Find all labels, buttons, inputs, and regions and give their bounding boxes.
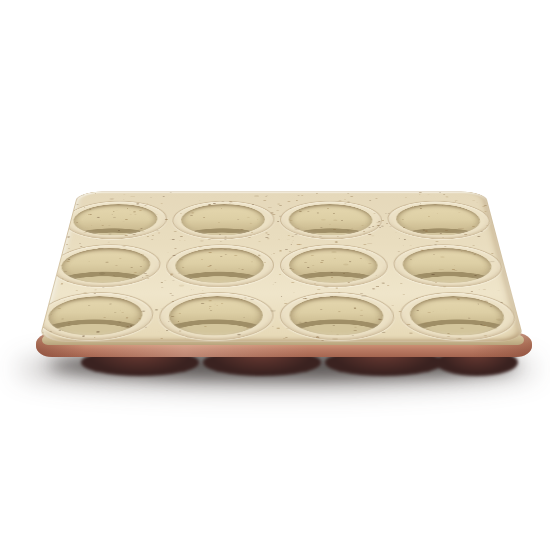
speckle	[376, 198, 378, 199]
speckle	[398, 252, 400, 253]
speckle	[367, 243, 372, 245]
speckle	[184, 240, 186, 241]
speckle	[386, 223, 388, 224]
speckle	[172, 280, 174, 281]
cup-cavity	[400, 248, 495, 283]
speckle	[96, 239, 98, 240]
speckle	[95, 290, 97, 291]
speckle	[301, 195, 303, 196]
muffin-cup-r1c4	[385, 201, 494, 239]
speckle	[395, 232, 397, 233]
speckle	[498, 290, 500, 291]
speckle	[299, 244, 301, 245]
speckle	[321, 340, 323, 341]
speckle	[296, 200, 299, 201]
speckle	[367, 293, 369, 294]
cup-cavity	[289, 248, 380, 283]
speckle	[477, 236, 480, 237]
speckle	[77, 204, 79, 205]
speckle	[381, 254, 383, 255]
speckle	[409, 332, 412, 333]
speckle	[292, 282, 294, 283]
speckle	[170, 293, 172, 294]
speckle	[147, 236, 150, 237]
speckle	[382, 283, 385, 284]
speckle	[403, 239, 405, 240]
speckle	[172, 239, 174, 240]
speckle	[262, 241, 264, 242]
speckle	[259, 241, 261, 242]
speckle	[68, 248, 70, 249]
speckle	[277, 210, 280, 211]
muffin-cup-r3c3	[279, 292, 396, 340]
speckle	[318, 289, 320, 290]
speckle	[280, 205, 282, 206]
speckle	[376, 286, 379, 287]
speckle	[301, 285, 302, 286]
speckle	[61, 283, 64, 284]
speckle	[419, 194, 421, 195]
speckle	[400, 283, 403, 284]
muffin-cup-r1c1	[59, 201, 169, 239]
speckle	[278, 204, 280, 205]
speckle	[293, 292, 294, 293]
speckle	[174, 231, 177, 232]
speckle	[267, 238, 269, 239]
speckle	[387, 285, 389, 286]
speckle	[202, 290, 204, 291]
speckle	[297, 244, 300, 245]
speckle	[42, 332, 44, 333]
speckle	[166, 330, 169, 331]
speckle	[151, 238, 152, 239]
muffin-pan-top	[38, 191, 524, 341]
speckle	[74, 340, 76, 341]
cup-cavity	[394, 204, 484, 235]
cup-cavity	[289, 204, 375, 235]
cup-cavity	[57, 248, 153, 283]
speckle	[285, 337, 287, 338]
speckle	[285, 249, 287, 250]
cup-cavity	[69, 204, 159, 235]
speckle	[274, 282, 276, 283]
speckle	[264, 200, 266, 201]
speckle	[158, 232, 160, 233]
speckle	[208, 239, 210, 240]
speckle	[371, 236, 374, 237]
speckle	[455, 200, 457, 201]
cup-cavity	[43, 296, 145, 335]
speckle	[379, 227, 380, 228]
speckle	[160, 203, 163, 204]
speckle	[482, 206, 485, 207]
muffin-cup-r1c3	[280, 201, 384, 239]
speckle	[348, 193, 350, 194]
speckle	[266, 195, 268, 196]
speckle	[405, 197, 407, 198]
muffin-cup-r2c1	[46, 244, 163, 286]
speckle	[344, 199, 346, 200]
cup-cavity	[179, 204, 265, 235]
speckle	[160, 338, 162, 339]
speckle	[180, 236, 183, 237]
speckle	[336, 288, 339, 289]
speckle	[278, 238, 280, 239]
speckle	[191, 289, 192, 290]
speckle	[372, 288, 375, 289]
speckle	[484, 205, 487, 206]
speckle	[79, 243, 81, 244]
cup-cavity	[407, 296, 509, 335]
speckle	[473, 200, 475, 201]
speckle	[131, 196, 135, 198]
speckle	[220, 241, 221, 242]
speckle	[288, 201, 290, 202]
speckle	[403, 294, 405, 295]
speckle	[224, 239, 226, 240]
speckle	[272, 244, 273, 245]
speckle	[277, 221, 279, 222]
speckle	[287, 239, 289, 240]
muffin-cup-r2c4	[390, 244, 506, 286]
speckle	[368, 234, 371, 235]
speckle	[277, 328, 280, 329]
speckle	[123, 194, 126, 195]
speckle	[473, 245, 475, 246]
speckle	[248, 237, 251, 238]
speckle	[152, 235, 154, 236]
muffin-cup-r2c2	[163, 244, 274, 286]
cup-cavity	[173, 248, 264, 283]
speckle	[295, 234, 298, 235]
speckle	[158, 332, 160, 333]
speckle	[382, 332, 385, 333]
speckle	[419, 192, 422, 193]
speckle	[273, 253, 275, 254]
speckle	[67, 236, 70, 237]
speckle	[151, 239, 153, 240]
speckle	[369, 200, 371, 201]
speckle	[427, 194, 429, 195]
speckle	[445, 197, 448, 198]
speckle	[109, 198, 114, 200]
speckle	[108, 242, 110, 243]
speckle	[215, 243, 217, 244]
speckle	[443, 194, 445, 195]
speckle	[364, 244, 366, 245]
speckle	[179, 285, 184, 287]
speckle	[283, 338, 285, 339]
speckle	[254, 195, 259, 197]
speckle	[436, 241, 439, 242]
speckle	[167, 253, 169, 254]
speckle	[421, 241, 422, 242]
speckle	[382, 220, 384, 221]
muffin-cup-r1c2	[169, 201, 274, 239]
speckle	[175, 248, 177, 249]
speckle	[155, 309, 158, 310]
speckle	[163, 196, 165, 197]
speckle	[287, 235, 290, 236]
speckle	[265, 196, 267, 197]
speckle	[161, 282, 163, 283]
speckle	[161, 287, 163, 288]
speckle	[279, 250, 282, 251]
muffin-cup-r3c2	[156, 292, 274, 340]
muffin-cup-r3c1	[38, 292, 156, 340]
speckle	[266, 237, 269, 238]
speckle	[272, 326, 274, 327]
cup-cavity	[289, 296, 385, 335]
speckle	[403, 239, 406, 240]
speckle	[471, 291, 473, 292]
speckle	[95, 193, 97, 194]
speckle	[267, 234, 269, 235]
speckle	[164, 280, 166, 281]
speckle	[76, 290, 78, 291]
speckle	[350, 196, 352, 197]
speckle	[384, 213, 386, 214]
cup-cavity	[167, 296, 264, 335]
product-photo-scene	[0, 0, 550, 550]
speckle	[292, 236, 294, 237]
speckle	[171, 295, 173, 296]
muffin-cup-r3c4	[397, 292, 521, 340]
speckle	[478, 289, 480, 290]
speckle	[279, 274, 281, 275]
speckle	[289, 251, 290, 252]
speckle	[268, 207, 271, 208]
muffin-cup-r2c3	[279, 244, 389, 286]
speckle	[335, 241, 338, 242]
speckle	[66, 244, 68, 245]
speckle	[200, 240, 204, 241]
speckle	[380, 225, 383, 226]
speckle	[265, 232, 268, 233]
speckle	[410, 245, 412, 246]
speckle	[184, 338, 186, 339]
speckle	[483, 289, 486, 290]
speckle	[454, 201, 456, 202]
